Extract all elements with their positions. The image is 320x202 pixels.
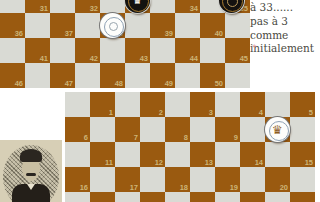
piece-inner-ring-icon (109, 22, 118, 31)
square-9[interactable]: 9 (215, 117, 240, 142)
piece-inner-ring-icon (227, 0, 238, 7)
square-10[interactable]: 10♛ (265, 117, 290, 142)
light-square (50, 0, 75, 13)
light-square (115, 92, 140, 117)
square-number: 47 (65, 80, 73, 88)
square-23[interactable]: 23 (190, 192, 215, 202)
board-grid-bottom: 12345678910♛1112131415161718192021222324… (65, 92, 315, 202)
light-square (115, 142, 140, 167)
light-square (290, 167, 315, 192)
square-number: 1 (109, 109, 113, 117)
square-number: 43 (140, 55, 148, 63)
square-number: 18 (180, 184, 188, 192)
light-square (125, 63, 150, 88)
light-square (265, 92, 290, 117)
square-4[interactable]: 4 (240, 92, 265, 117)
light-square (225, 63, 250, 88)
square-number: 48 (115, 80, 123, 88)
square-number: 2 (159, 109, 163, 117)
square-17[interactable]: 17 (115, 167, 140, 192)
portrait-mustache (26, 173, 36, 176)
light-square (215, 92, 240, 117)
square-21[interactable]: 21 (90, 192, 115, 202)
page: 313233♛343536373839404142434445464748495… (0, 0, 320, 202)
square-number: 12 (155, 159, 163, 167)
square-number: 7 (134, 134, 138, 142)
square-number: 34 (190, 5, 198, 13)
square-11[interactable]: 11 (90, 142, 115, 167)
square-19[interactable]: 19 (215, 167, 240, 192)
light-square (265, 192, 290, 202)
square-12[interactable]: 12 (140, 142, 165, 167)
square-number: 3 (209, 109, 213, 117)
square-number: 39 (165, 30, 173, 38)
light-square (140, 117, 165, 142)
light-square (190, 167, 215, 192)
stray-print-mark: * (252, 45, 257, 52)
light-square (125, 13, 150, 38)
square-number: 6 (84, 134, 88, 142)
square-number: 19 (230, 184, 238, 192)
board-grid-top: 313233♛343536373839404142434445464748495… (0, 0, 250, 88)
square-number: 14 (255, 159, 263, 167)
light-square (150, 38, 175, 63)
note-line-1: à 33...... (250, 1, 320, 15)
square-number: 44 (190, 55, 198, 63)
square-42[interactable]: 42 (75, 38, 100, 63)
square-16[interactable]: 16 (65, 167, 90, 192)
portrait-photo (0, 140, 62, 202)
light-square (240, 167, 265, 192)
square-number: 41 (40, 55, 48, 63)
crown-icon: ♛ (133, 0, 143, 6)
square-34[interactable]: 34 (175, 0, 200, 13)
square-number: 9 (234, 134, 238, 142)
square-13[interactable]: 13 (190, 142, 215, 167)
light-square (190, 117, 215, 142)
light-square (200, 38, 225, 63)
white-man-piece[interactable] (100, 13, 125, 38)
square-45[interactable]: 45 (225, 38, 250, 63)
light-square (175, 13, 200, 38)
light-square (100, 38, 125, 63)
light-square (65, 142, 90, 167)
light-square (115, 192, 140, 202)
square-24[interactable]: 24 (240, 192, 265, 202)
square-7[interactable]: 7 (115, 117, 140, 142)
square-38[interactable]: 38 (100, 13, 125, 38)
draughts-board-top-fragment: 313233♛343536373839404142434445464748495… (0, 0, 250, 88)
square-48[interactable]: 48 (100, 63, 125, 88)
white-king-piece[interactable]: ♛ (265, 117, 290, 142)
square-number: 8 (184, 134, 188, 142)
light-square (165, 92, 190, 117)
square-number: 50 (215, 80, 223, 88)
square-number: 36 (15, 30, 23, 38)
square-number: 46 (15, 80, 23, 88)
light-square (65, 92, 90, 117)
light-square (215, 192, 240, 202)
draughts-board-bottom-fragment: 12345678910♛1112131415161718192021222324… (65, 92, 315, 202)
square-31[interactable]: 31 (25, 0, 50, 13)
light-square (240, 117, 265, 142)
light-square (0, 38, 25, 63)
portrait-hair (20, 149, 42, 162)
square-14[interactable]: 14 (240, 142, 265, 167)
square-number: 49 (165, 80, 173, 88)
square-number: 20 (280, 184, 288, 192)
square-number: 45 (240, 55, 248, 63)
square-46[interactable]: 46 (0, 63, 25, 88)
square-18[interactable]: 18 (165, 167, 190, 192)
square-39[interactable]: 39 (150, 13, 175, 38)
note-line-2: pas à 3 (250, 15, 320, 29)
square-5[interactable]: 5 (290, 92, 315, 117)
square-47[interactable]: 47 (50, 63, 75, 88)
square-33[interactable]: 33♛ (125, 0, 150, 13)
square-number: 32 (90, 5, 98, 13)
square-36[interactable]: 36 (0, 13, 25, 38)
square-20[interactable]: 20 (265, 167, 290, 192)
light-square (75, 13, 100, 38)
light-square (215, 142, 240, 167)
square-number: 15 (305, 159, 313, 167)
square-number: 11 (105, 159, 113, 167)
square-number: 40 (215, 30, 223, 38)
note-line-4: initialement (250, 42, 320, 56)
square-40[interactable]: 40 (200, 13, 225, 38)
light-square (0, 0, 25, 13)
light-square (265, 142, 290, 167)
square-50[interactable]: 50 (200, 63, 225, 88)
square-number: 42 (90, 55, 98, 63)
crown-icon: ♛ (272, 124, 283, 136)
light-square (25, 63, 50, 88)
square-22[interactable]: 22 (140, 192, 165, 202)
light-square (150, 0, 175, 13)
light-square (175, 63, 200, 88)
light-square (65, 192, 90, 202)
square-number: 37 (65, 30, 73, 38)
annotation-note: à 33...... pas à 3 comme initialement (250, 1, 320, 56)
square-number: 16 (80, 184, 88, 192)
square-3[interactable]: 3 (190, 92, 215, 117)
square-25[interactable]: 25 (290, 192, 315, 202)
square-number: 5 (309, 109, 313, 117)
light-square (100, 0, 125, 13)
square-number: 13 (205, 159, 213, 167)
square-number: 4 (259, 109, 263, 117)
square-number: 31 (40, 5, 48, 13)
square-8[interactable]: 8 (165, 117, 190, 142)
square-49[interactable]: 49 (150, 63, 175, 88)
square-15[interactable]: 15 (290, 142, 315, 167)
light-square (90, 117, 115, 142)
light-square (165, 142, 190, 167)
square-44[interactable]: 44 (175, 38, 200, 63)
light-square (290, 117, 315, 142)
note-line-3: comme (250, 29, 320, 43)
square-35[interactable]: 35 (225, 0, 250, 13)
light-square (90, 167, 115, 192)
square-1[interactable]: 1 (90, 92, 115, 117)
square-2[interactable]: 2 (140, 92, 165, 117)
square-6[interactable]: 6 (65, 117, 90, 142)
square-41[interactable]: 41 (25, 38, 50, 63)
light-square (75, 63, 100, 88)
light-square (50, 38, 75, 63)
light-square (225, 13, 250, 38)
light-square (165, 192, 190, 202)
light-square (25, 13, 50, 38)
piece-ring-icon (104, 17, 124, 37)
square-43[interactable]: 43 (125, 38, 150, 63)
light-square (140, 167, 165, 192)
square-37[interactable]: 37 (50, 13, 75, 38)
square-number: 17 (130, 184, 138, 192)
square-32[interactable]: 32 (75, 0, 100, 13)
